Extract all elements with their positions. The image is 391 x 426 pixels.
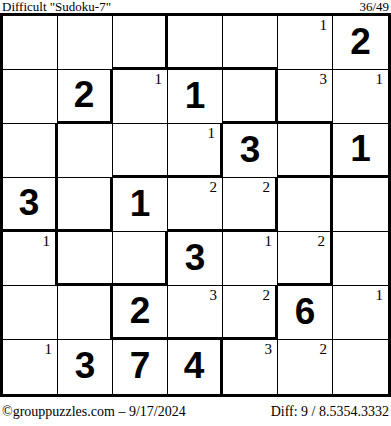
- given-digit: 3: [3, 178, 55, 229]
- cell-r3c4[interactable]: 1: [168, 124, 223, 178]
- footer: ©grouppuzzles.com – 9/17/2024 Diff: 9 / …: [0, 404, 391, 420]
- cell-r3c5[interactable]: 3: [223, 124, 278, 178]
- cell-r4c1[interactable]: 3: [3, 178, 58, 232]
- cell-r6c5[interactable]: 2: [223, 286, 278, 340]
- cell-r6c7[interactable]: 1: [333, 286, 388, 340]
- cell-r2c6[interactable]: 3: [278, 70, 333, 124]
- cell-r1c2[interactable]: [58, 16, 113, 70]
- cell-r4c6[interactable]: [278, 178, 333, 232]
- cell-r1c1[interactable]: [3, 16, 58, 70]
- cell-r5c7[interactable]: [333, 232, 388, 286]
- given-digit: 1: [168, 70, 222, 123]
- cell-r4c5[interactable]: 2: [223, 178, 278, 232]
- cell-r5c1[interactable]: 1: [3, 232, 58, 286]
- given-digit: 2: [58, 70, 110, 121]
- cell-r4c7[interactable]: [333, 178, 388, 232]
- cell-r2c5[interactable]: [223, 70, 278, 124]
- cell-r6c3[interactable]: 2: [113, 286, 168, 340]
- given-digit: 3: [223, 124, 277, 177]
- cell-r5c3[interactable]: [113, 232, 168, 286]
- cell-r6c4[interactable]: 3: [168, 286, 223, 340]
- progress-counter: 36/49: [359, 0, 389, 13]
- corner-mark: 1: [43, 233, 51, 249]
- cell-r1c5[interactable]: [223, 16, 278, 70]
- cell-r1c4[interactable]: [168, 16, 223, 70]
- header: Difficult "Sudoku-7" 36/49: [0, 0, 391, 13]
- cell-r2c1[interactable]: [3, 70, 58, 124]
- corner-mark: 3: [210, 287, 218, 303]
- cell-r1c7[interactable]: 2: [333, 16, 388, 70]
- given-digit: 3: [168, 232, 222, 285]
- corner-mark: 1: [376, 71, 384, 87]
- cell-r4c3[interactable]: 1: [113, 178, 168, 232]
- corner-mark: 1: [265, 233, 273, 249]
- corner-mark: 1: [45, 341, 53, 357]
- given-digit: 2: [333, 16, 388, 69]
- given-digit: 1: [333, 124, 388, 175]
- cell-r3c1[interactable]: [3, 124, 58, 178]
- corner-mark: 2: [263, 287, 271, 303]
- cell-r7c4[interactable]: 4: [168, 340, 223, 394]
- corner-mark: 1: [376, 287, 384, 303]
- cell-r6c1[interactable]: [3, 286, 58, 340]
- corner-mark: 2: [320, 341, 328, 357]
- cell-r3c7[interactable]: 1: [333, 124, 388, 178]
- corner-mark: 2: [210, 179, 218, 195]
- footer-difficulty: Diff: 9 / 8.5354.3332: [271, 404, 389, 420]
- given-digit: 1: [113, 178, 167, 231]
- cell-r7c6[interactable]: 2: [278, 340, 333, 394]
- footer-credit: ©grouppuzzles.com – 9/17/2024: [2, 404, 186, 420]
- cell-r3c6[interactable]: [278, 124, 333, 178]
- corner-mark: 1: [155, 71, 163, 87]
- corner-mark: 3: [265, 341, 273, 357]
- page-title: Difficult "Sudoku-7": [2, 0, 111, 13]
- given-digit: 6: [278, 286, 332, 339]
- given-digit: 2: [113, 286, 167, 337]
- given-digit: 4: [168, 340, 220, 394]
- cell-r3c3[interactable]: [113, 124, 168, 178]
- cell-r1c3[interactable]: [113, 16, 168, 70]
- cell-r5c2[interactable]: [58, 232, 113, 286]
- corner-mark: 2: [263, 179, 271, 195]
- cell-r7c1[interactable]: 1: [3, 340, 58, 394]
- cell-r5c5[interactable]: 1: [223, 232, 278, 286]
- cell-r3c2[interactable]: [58, 124, 113, 178]
- cell-r2c7[interactable]: 1: [333, 70, 388, 124]
- cell-r2c2[interactable]: 2: [58, 70, 113, 124]
- cell-r6c6[interactable]: 6: [278, 286, 333, 340]
- given-digit: 7: [113, 340, 167, 394]
- cell-r5c6[interactable]: 2: [278, 232, 333, 286]
- cell-r7c2[interactable]: 3: [58, 340, 113, 394]
- corner-mark: 2: [318, 233, 326, 249]
- cell-r7c5[interactable]: 3: [223, 340, 278, 394]
- cell-r1c6[interactable]: 1: [278, 16, 333, 70]
- corner-mark: 1: [208, 125, 216, 141]
- cell-r7c3[interactable]: 7: [113, 340, 168, 394]
- cell-r4c2[interactable]: [58, 178, 113, 232]
- given-digit: 3: [58, 340, 112, 394]
- cell-r4c4[interactable]: 2: [168, 178, 223, 232]
- cell-r2c4[interactable]: 1: [168, 70, 223, 124]
- cell-r2c3[interactable]: 1: [113, 70, 168, 124]
- corner-mark: 3: [320, 71, 328, 87]
- cell-r5c4[interactable]: 3: [168, 232, 223, 286]
- cell-r6c2[interactable]: [58, 286, 113, 340]
- cell-r7c7[interactable]: [333, 340, 388, 394]
- sudoku-board: 12211311313122131223261137432: [0, 13, 391, 397]
- corner-mark: 1: [320, 17, 328, 33]
